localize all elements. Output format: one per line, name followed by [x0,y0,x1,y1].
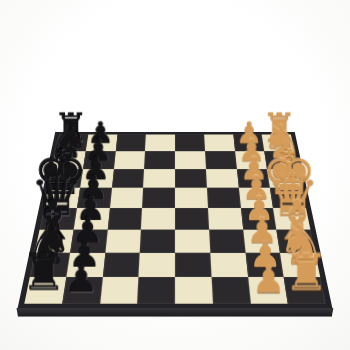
square-c8: ♝ [35,229,74,252]
black-pawn: ♟ [72,213,103,248]
square-d7: ♟ [73,208,109,229]
white-pawn: ♟ [236,118,263,148]
square-a4 [175,277,213,304]
square-h1: ♜ [262,134,294,151]
square-c4 [175,229,210,252]
square-g3 [205,151,237,169]
square-a8: ♜ [24,277,66,304]
square-d2: ♟ [241,208,277,229]
square-f3 [206,169,239,188]
square-c7: ♟ [70,229,107,252]
square-f6 [112,169,145,188]
square-g1: ♞ [264,151,297,169]
square-d4 [175,208,209,229]
square-f1: ♝ [267,169,302,188]
square-h5 [145,134,175,151]
square-e6 [110,188,144,208]
square-h3 [204,134,235,151]
square-a3 [211,277,250,304]
square-b7: ♟ [66,252,105,277]
square-g7: ♟ [83,151,116,169]
square-d6 [107,208,142,229]
square-c5 [140,229,175,252]
square-h2: ♟ [233,134,265,151]
square-b4 [175,252,211,277]
board-front-rim [16,308,333,317]
black-rook: ♜ [53,108,89,148]
white-rook: ♜ [261,108,297,148]
square-g4 [175,151,206,169]
square-f8: ♝ [48,169,83,188]
white-pawn: ♟ [244,191,274,225]
scene: ♜♟♟♜♞♟♟♞♝♟♟♝♚♟♟♚♛♟♟♛♝♟♟♝♞♟♟♞♜♟♟♜ [0,0,350,350]
chess-set-photo: ♜♟♟♜♞♟♟♞♝♟♟♝♚♟♟♚♛♟♟♛♝♟♟♝♞♟♟♞♜♟♟♜ [0,0,350,350]
square-e3 [207,188,241,208]
square-b3 [210,252,248,277]
square-h6 [115,134,146,151]
square-g5 [144,151,175,169]
black-pawn: ♟ [76,191,106,225]
square-d8: ♛ [40,208,77,229]
square-b1: ♞ [280,252,320,277]
square-f2: ♟ [236,169,270,188]
square-e7: ♟ [77,188,112,208]
square-c3 [209,229,245,252]
square-f5 [143,169,175,188]
square-d5 [141,208,175,229]
chess-board: ♜♟♟♜♞♟♟♞♝♟♟♝♚♟♟♚♛♟♟♛♝♟♟♝♞♟♟♞♜♟♟♜ [18,132,333,308]
square-f7: ♟ [80,169,114,188]
square-e1: ♚ [270,188,306,208]
square-h7: ♟ [86,134,118,151]
square-c1: ♝ [277,229,316,252]
square-b8: ♞ [30,252,70,277]
square-a2: ♟ [248,277,288,304]
square-b2: ♟ [245,252,284,277]
square-e8: ♚ [44,188,80,208]
square-e2: ♟ [238,188,273,208]
square-g8: ♞ [52,151,85,169]
square-e4 [175,188,208,208]
square-h8: ♜ [56,134,88,151]
square-b6 [102,252,140,277]
black-pawn: ♟ [87,118,114,148]
square-a1: ♜ [284,277,326,304]
square-a7: ♟ [62,277,102,304]
square-g6 [114,151,146,169]
square-c2: ♟ [243,229,280,252]
square-c6 [105,229,141,252]
square-h4 [175,134,205,151]
square-e5 [142,188,175,208]
square-b5 [139,252,175,277]
board-perspective-wrap: ♜♟♟♜♞♟♟♞♝♟♟♝♚♟♟♚♛♟♟♛♝♟♟♝♞♟♟♞♜♟♟♜ [18,132,333,308]
square-d3 [208,208,243,229]
square-a6 [100,277,139,304]
white-pawn: ♟ [246,213,277,248]
square-f4 [175,169,207,188]
square-g2: ♟ [235,151,268,169]
square-d1: ♛ [273,208,310,229]
square-a5 [137,277,175,304]
